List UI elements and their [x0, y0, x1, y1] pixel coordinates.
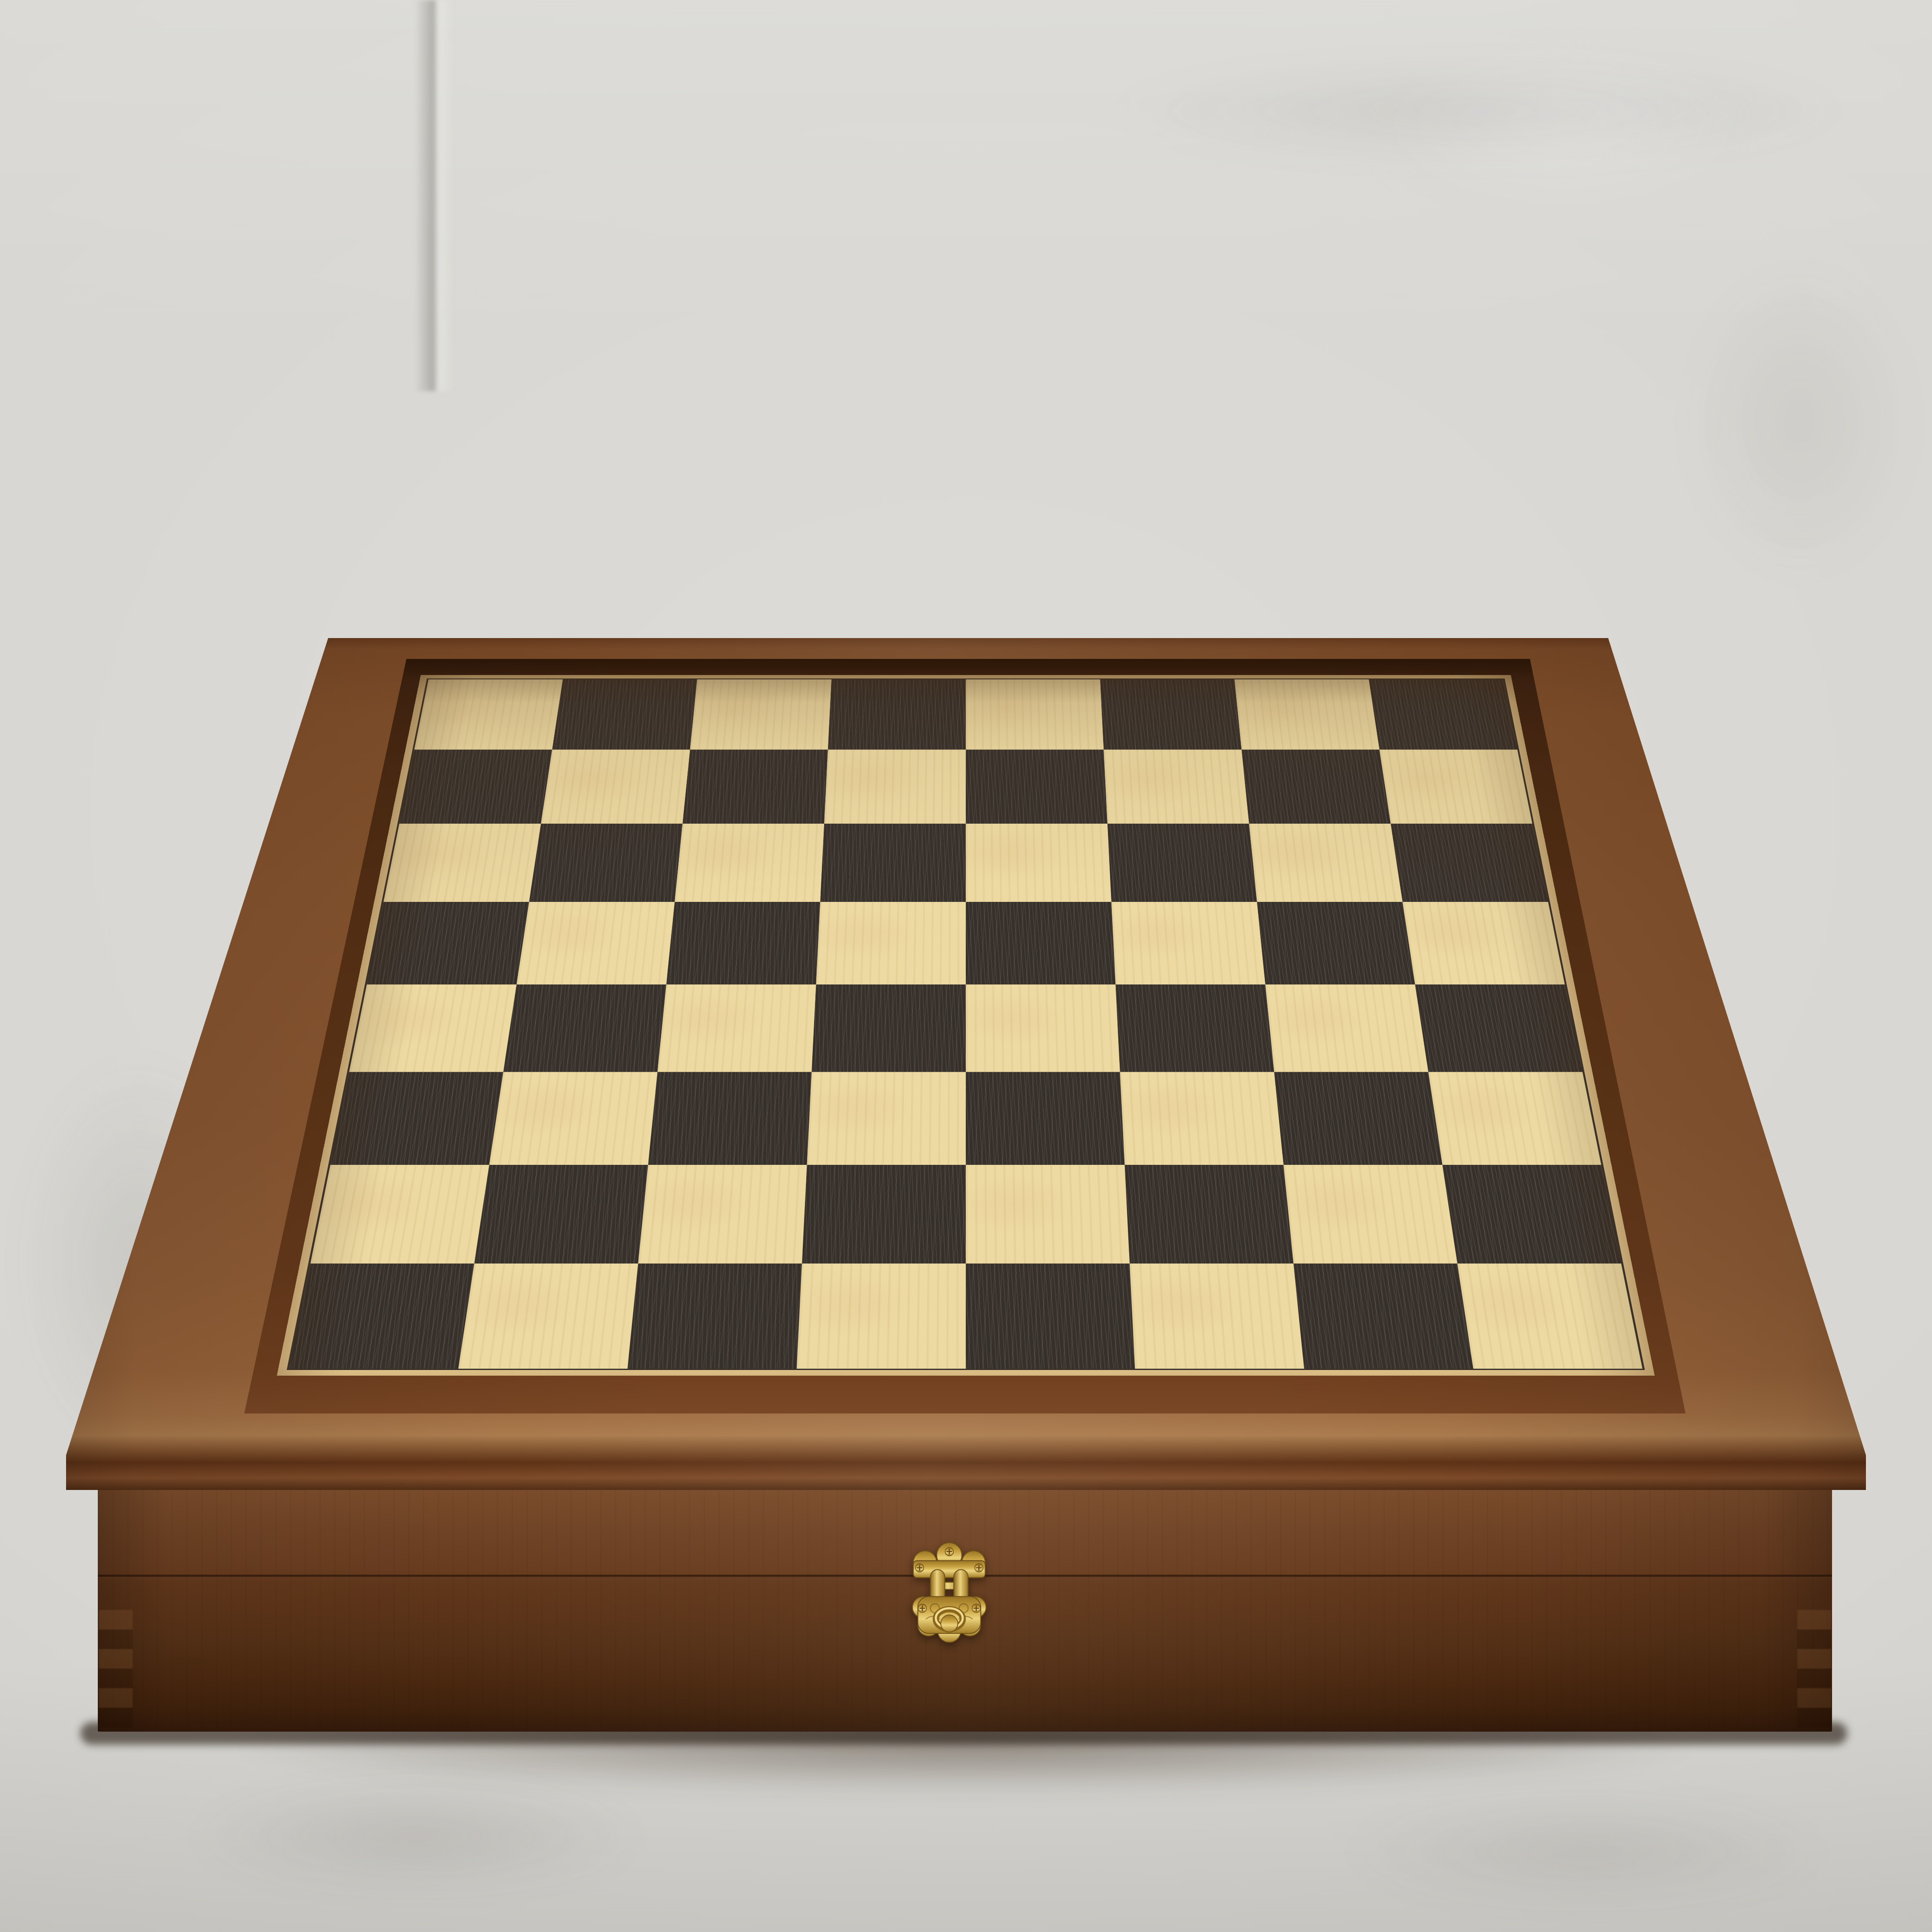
square-b7 — [541, 750, 690, 824]
square-e8 — [966, 679, 1104, 750]
square-e7 — [966, 750, 1107, 824]
square-g8 — [1234, 679, 1380, 750]
square-d3 — [807, 1072, 966, 1165]
square-f5 — [1111, 902, 1265, 984]
square-b6 — [529, 824, 682, 902]
square-f2 — [1125, 1165, 1294, 1264]
brass-latch — [895, 1540, 1003, 1646]
chessboard — [277, 675, 1655, 1376]
square-c8 — [690, 679, 831, 750]
square-h7 — [1380, 750, 1533, 824]
square-e5 — [966, 902, 1116, 984]
square-h5 — [1403, 902, 1565, 984]
square-f3 — [1120, 1072, 1284, 1165]
checker-grid — [287, 678, 1645, 1370]
square-a1 — [289, 1264, 474, 1369]
square-e3 — [966, 1072, 1125, 1165]
square-a8 — [414, 679, 563, 750]
square-f4 — [1116, 984, 1274, 1072]
square-c7 — [682, 750, 828, 824]
square-c1 — [628, 1264, 802, 1369]
square-e4 — [966, 984, 1120, 1072]
square-h4 — [1415, 984, 1583, 1072]
finger-joints-right — [1797, 1610, 1831, 1727]
square-c3 — [648, 1072, 811, 1165]
square-f6 — [1107, 824, 1257, 902]
square-d6 — [820, 824, 966, 902]
square-d4 — [811, 984, 966, 1072]
square-b5 — [516, 902, 675, 984]
square-g3 — [1274, 1072, 1442, 1165]
square-b8 — [552, 679, 697, 750]
square-a2 — [310, 1165, 489, 1264]
square-e1 — [966, 1264, 1135, 1369]
square-g4 — [1265, 984, 1428, 1072]
square-f8 — [1100, 679, 1241, 750]
square-c6 — [675, 824, 824, 902]
square-a6 — [383, 824, 541, 902]
square-d8 — [828, 679, 966, 750]
square-h8 — [1369, 679, 1517, 750]
finger-joints-left — [99, 1610, 133, 1727]
square-h3 — [1428, 1072, 1601, 1165]
square-d1 — [797, 1264, 966, 1369]
square-c4 — [658, 984, 816, 1072]
square-b1 — [458, 1264, 638, 1369]
square-h1 — [1457, 1264, 1643, 1369]
square-a7 — [399, 750, 552, 824]
square-g6 — [1249, 824, 1403, 902]
square-g1 — [1294, 1264, 1473, 1369]
square-b3 — [489, 1072, 657, 1165]
square-h6 — [1391, 824, 1548, 902]
chess-box — [0, 0, 1932, 1932]
square-b4 — [503, 984, 666, 1072]
square-h2 — [1443, 1165, 1621, 1264]
square-e6 — [966, 824, 1111, 902]
square-g7 — [1241, 750, 1390, 824]
square-d7 — [824, 750, 966, 824]
square-e2 — [966, 1165, 1130, 1264]
square-b2 — [474, 1165, 648, 1264]
square-f1 — [1130, 1264, 1304, 1369]
square-d5 — [816, 902, 966, 984]
product-photo — [0, 0, 1932, 1932]
square-g5 — [1257, 902, 1415, 984]
square-a3 — [330, 1072, 503, 1165]
square-d2 — [802, 1165, 966, 1264]
square-a4 — [349, 984, 516, 1072]
square-c5 — [666, 902, 820, 984]
square-f7 — [1104, 750, 1249, 824]
square-g2 — [1284, 1165, 1457, 1264]
square-c2 — [638, 1165, 807, 1264]
square-a5 — [367, 902, 529, 984]
